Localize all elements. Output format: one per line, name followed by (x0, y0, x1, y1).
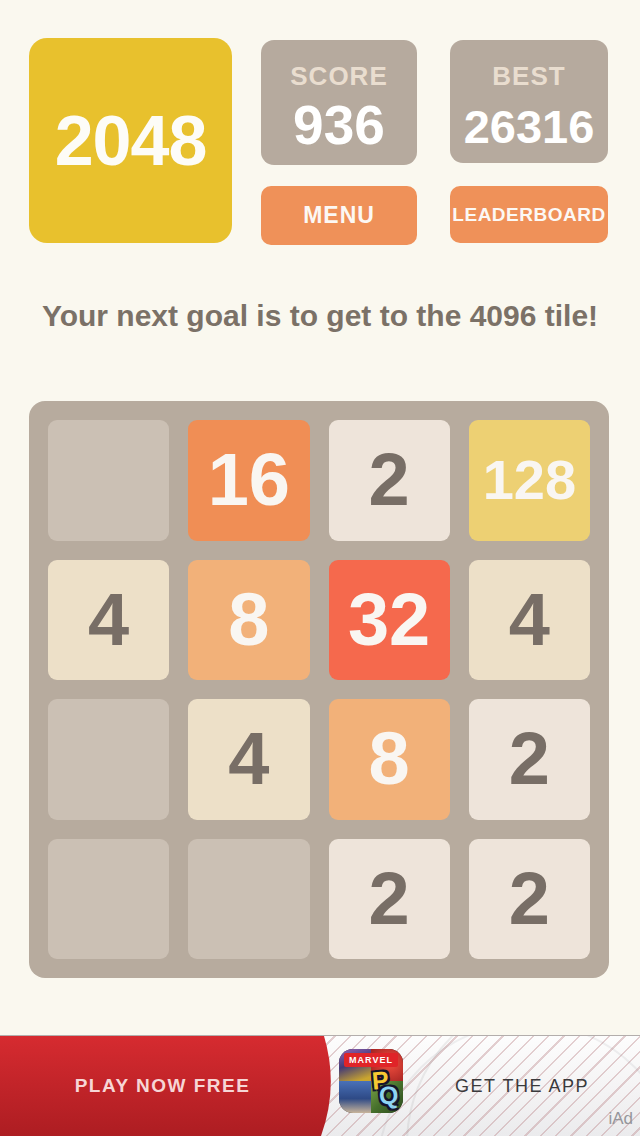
tile-4: 4 (48, 560, 169, 681)
ad-banner: PLAY NOW FREE MARVEL P Q GET THE APP iAd (0, 1035, 640, 1136)
score-value: 936 (293, 93, 385, 157)
empty-cell (48, 839, 169, 960)
board-grid[interactable]: 1621284832448222 (48, 420, 590, 959)
menu-button[interactable]: MENU (261, 186, 417, 245)
score-label: SCORE (290, 61, 387, 92)
tile-2: 2 (329, 839, 450, 960)
game-board[interactable]: 1621284832448222 (29, 401, 609, 978)
ad-play-now-free-button[interactable]: PLAY NOW FREE (0, 1036, 325, 1136)
iad-provider-label[interactable]: iAd (608, 1109, 633, 1129)
tile-32: 32 (329, 560, 450, 681)
tile-8: 8 (188, 560, 309, 681)
ad-get-the-app-button[interactable]: GET THE APP (404, 1036, 640, 1136)
tile-2: 2 (329, 420, 450, 541)
tile-2: 2 (469, 839, 590, 960)
leaderboard-button[interactable]: LEADERBOARD (450, 186, 608, 243)
marvel-app-icon[interactable]: MARVEL P Q (339, 1049, 403, 1113)
captain-america-quadrant (339, 1081, 371, 1113)
tile-4: 4 (188, 699, 309, 820)
tile-4: 4 (469, 560, 590, 681)
next-goal-text: Your next goal is to get to the 4096 til… (0, 299, 640, 333)
empty-cell (188, 839, 309, 960)
empty-cell (48, 699, 169, 820)
best-label: BEST (492, 61, 565, 92)
app-screen: 2048 SCORE 936 BEST 26316 MENU LEADERBOA… (0, 0, 640, 1136)
tile-2: 2 (469, 699, 590, 820)
empty-cell (48, 420, 169, 541)
best-value: 26316 (464, 99, 595, 154)
tile-8: 8 (329, 699, 450, 820)
tile-128: 128 (469, 420, 590, 541)
marvel-logo-strip: MARVEL (344, 1053, 398, 1067)
score-box: SCORE 936 (261, 40, 417, 165)
best-box: BEST 26316 (450, 40, 608, 163)
icon-letter-q: Q (377, 1080, 399, 1111)
logo-tile-2048: 2048 (29, 38, 232, 243)
tile-16: 16 (188, 420, 309, 541)
